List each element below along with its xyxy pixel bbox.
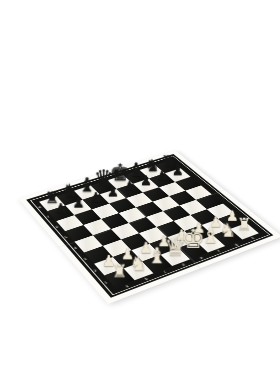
product-photo-scene: 87654321 abcdefgh ♜♞♝♛♚♝♞♜♟♟♟♟♟♟♟♟♟♟♟♟♟♟… [0, 0, 280, 373]
board-grid: ♜♞♝♛♚♝♞♜♟♟♟♟♟♟♟♟♟♟♟♟♟♟♟♟♜♞♝♛♚♝♞♜ [39, 160, 259, 287]
board-border: 87654321 abcdefgh ♜♞♝♛♚♝♞♜♟♟♟♟♟♟♟♟♟♟♟♟♟♟… [26, 154, 273, 298]
chess-board: 87654321 abcdefgh ♜♞♝♛♚♝♞♜♟♟♟♟♟♟♟♟♟♟♟♟♟♟… [18, 150, 280, 304]
knight-glyph: ♞ [219, 221, 236, 240]
pawn-glyph: ♟ [140, 174, 152, 187]
pawn-glyph: ♟ [55, 201, 67, 215]
pawn-glyph: ♟ [172, 164, 184, 177]
rook-glyph: ♜ [237, 217, 252, 233]
pawn-glyph: ♟ [72, 196, 84, 210]
pawn-glyph: ♟ [124, 179, 136, 192]
knight-glyph: ♞ [130, 253, 148, 273]
square-c6[interactable] [92, 204, 119, 219]
pawn-glyph: ♟ [107, 185, 119, 198]
vinyl-mat: 87654321 abcdefgh ♜♞♝♛♚♝♞♜♟♟♟♟♟♟♟♟♟♟♟♟♟♟… [18, 150, 280, 304]
queen-glyph: ♛ [164, 235, 186, 260]
bishop-glyph: ♝ [147, 244, 166, 266]
pawn-glyph: ♟ [90, 190, 102, 204]
rook-glyph: ♜ [112, 262, 128, 280]
pawn-glyph: ♟ [156, 169, 168, 182]
